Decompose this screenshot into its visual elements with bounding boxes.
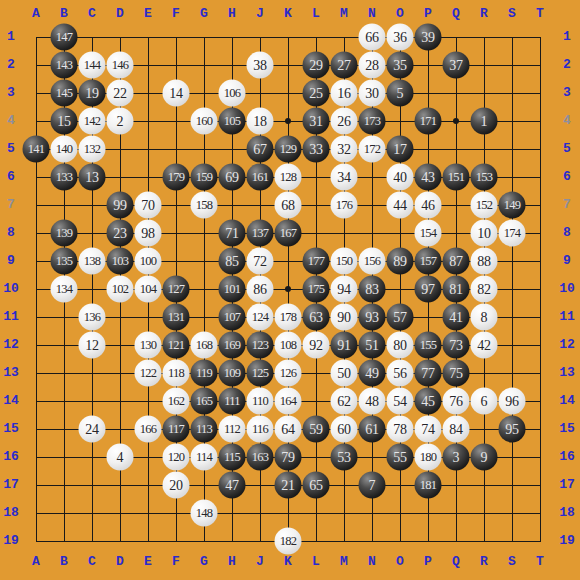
stone-white-K15-move-64: 64	[275, 416, 302, 443]
stone-white-P16-move-180: 180	[415, 444, 442, 471]
move-number: 92	[309, 337, 322, 353]
stone-white-O13-move-56: 56	[387, 360, 414, 387]
move-number: 159	[196, 170, 212, 185]
move-number: 107	[224, 310, 240, 325]
stone-black-O9-move-89: 89	[387, 248, 414, 275]
move-number: 1	[481, 113, 488, 129]
row-label-left-17: 17	[0, 477, 22, 493]
row-label-left-6: 6	[0, 169, 22, 185]
grid-line-horizontal	[36, 513, 541, 514]
move-number: 87	[449, 253, 462, 269]
move-number: 135	[56, 254, 72, 269]
stone-black-H6-move-69: 69	[219, 164, 246, 191]
move-number: 116	[252, 422, 268, 437]
stone-black-N17-move-7: 7	[359, 472, 386, 499]
move-number: 64	[281, 421, 294, 437]
stone-white-D3-move-22: 22	[107, 80, 134, 107]
row-label-right-18: 18	[556, 505, 578, 521]
move-number: 50	[337, 365, 350, 381]
stone-white-Q14-move-76: 76	[443, 388, 470, 415]
move-number: 7	[369, 477, 376, 493]
move-number: 32	[337, 141, 350, 157]
column-label-top-T: T	[529, 6, 551, 22]
move-number: 88	[477, 253, 490, 269]
move-number: 40	[393, 169, 406, 185]
stone-white-E12-move-130: 130	[135, 332, 162, 359]
stone-black-L2-move-29: 29	[303, 52, 330, 79]
move-number: 29	[309, 57, 322, 73]
stone-black-J8-move-137: 137	[247, 220, 274, 247]
move-number: 73	[449, 337, 462, 353]
move-number: 152	[476, 198, 492, 213]
move-number: 75	[449, 365, 462, 381]
stone-white-C5-move-132: 132	[79, 136, 106, 163]
move-number: 77	[421, 365, 434, 381]
stone-white-E10-move-104: 104	[135, 276, 162, 303]
stone-black-P6-move-43: 43	[415, 164, 442, 191]
star-point-Q4	[453, 118, 459, 124]
move-number: 155	[420, 338, 436, 353]
move-number: 6	[481, 393, 488, 409]
move-number: 126	[280, 366, 296, 381]
stone-black-L15-move-59: 59	[303, 416, 330, 443]
move-number: 17	[393, 141, 406, 157]
column-label-top-L: L	[305, 6, 327, 22]
stone-white-F16-move-120: 120	[163, 444, 190, 471]
move-number: 133	[56, 170, 72, 185]
stone-white-R9-move-88: 88	[471, 248, 498, 275]
stone-black-L4-move-31: 31	[303, 108, 330, 135]
stone-black-L17-move-65: 65	[303, 472, 330, 499]
stone-black-C3-move-19: 19	[79, 80, 106, 107]
stone-black-K5-move-129: 129	[275, 136, 302, 163]
row-label-right-10: 10	[556, 281, 578, 297]
stone-black-B9-move-135: 135	[51, 248, 78, 275]
move-number: 97	[421, 281, 434, 297]
stone-black-Q12-move-73: 73	[443, 332, 470, 359]
move-number: 153	[476, 170, 492, 185]
column-label-bottom-L: L	[305, 554, 327, 570]
stone-black-D8-move-23: 23	[107, 220, 134, 247]
move-number: 94	[337, 281, 350, 297]
stone-black-N15-move-61: 61	[359, 416, 386, 443]
stone-black-P12-move-155: 155	[415, 332, 442, 359]
stone-black-K8-move-167: 167	[275, 220, 302, 247]
move-number: 160	[196, 114, 212, 129]
stone-black-D7-move-99: 99	[107, 192, 134, 219]
move-number: 20	[169, 477, 182, 493]
star-point-K4	[285, 118, 291, 124]
move-number: 112	[224, 422, 240, 437]
stone-white-B10-move-134: 134	[51, 276, 78, 303]
stone-white-J10-move-86: 86	[247, 276, 274, 303]
row-label-right-3: 3	[556, 85, 578, 101]
stone-white-M5-move-32: 32	[331, 136, 358, 163]
move-number: 174	[504, 226, 520, 241]
stone-black-J6-move-161: 161	[247, 164, 274, 191]
move-number: 117	[168, 422, 184, 437]
move-number: 143	[56, 58, 72, 73]
column-label-bottom-O: O	[389, 554, 411, 570]
move-number: 55	[393, 449, 406, 465]
move-number: 83	[365, 281, 378, 297]
row-label-right-19: 19	[556, 533, 578, 549]
stone-black-P14-move-45: 45	[415, 388, 442, 415]
row-label-right-12: 12	[556, 337, 578, 353]
move-number: 78	[393, 421, 406, 437]
move-number: 51	[365, 337, 378, 353]
stone-black-Q16-move-3: 3	[443, 444, 470, 471]
row-label-right-11: 11	[556, 309, 578, 325]
stone-white-M6-move-34: 34	[331, 164, 358, 191]
move-number: 172	[364, 142, 380, 157]
stone-black-G6-move-159: 159	[191, 164, 218, 191]
stone-black-N10-move-83: 83	[359, 276, 386, 303]
stone-black-O5-move-17: 17	[387, 136, 414, 163]
stone-black-J5-move-67: 67	[247, 136, 274, 163]
stone-white-C11-move-136: 136	[79, 304, 106, 331]
move-number: 161	[252, 170, 268, 185]
move-number: 169	[224, 338, 240, 353]
stone-black-H9-move-85: 85	[219, 248, 246, 275]
move-number: 65	[309, 477, 322, 493]
stone-white-G18-move-148: 148	[191, 500, 218, 527]
stone-black-H13-move-109: 109	[219, 360, 246, 387]
move-number: 26	[337, 113, 350, 129]
stone-white-J2-move-38: 38	[247, 52, 274, 79]
stone-black-R4-move-1: 1	[471, 108, 498, 135]
stone-black-G14-move-165: 165	[191, 388, 218, 415]
stone-black-L10-move-175: 175	[303, 276, 330, 303]
stone-white-N2-move-28: 28	[359, 52, 386, 79]
column-label-top-S: S	[501, 6, 523, 22]
stone-white-J15-move-116: 116	[247, 416, 274, 443]
row-label-left-3: 3	[0, 85, 22, 101]
move-number: 34	[337, 169, 350, 185]
stone-white-P7-move-46: 46	[415, 192, 442, 219]
column-label-top-D: D	[109, 6, 131, 22]
move-number: 24	[85, 421, 98, 437]
move-number: 122	[140, 366, 156, 381]
move-number: 70	[141, 197, 154, 213]
stone-white-J9-move-72: 72	[247, 248, 274, 275]
stone-white-K11-move-178: 178	[275, 304, 302, 331]
stone-black-N4-move-173: 173	[359, 108, 386, 135]
move-number: 12	[85, 337, 98, 353]
stone-black-P1-move-39: 39	[415, 24, 442, 51]
stone-white-D10-move-102: 102	[107, 276, 134, 303]
move-number: 2	[117, 113, 124, 129]
move-number: 140	[56, 142, 72, 157]
stone-black-L5-move-33: 33	[303, 136, 330, 163]
stone-black-L9-move-177: 177	[303, 248, 330, 275]
column-label-bottom-N: N	[361, 554, 383, 570]
stone-black-B8-move-139: 139	[51, 220, 78, 247]
stone-white-C2-move-144: 144	[79, 52, 106, 79]
row-label-left-18: 18	[0, 505, 22, 521]
stone-black-N11-move-93: 93	[359, 304, 386, 331]
column-label-bottom-A: A	[25, 554, 47, 570]
move-number: 84	[449, 421, 462, 437]
stone-black-B4-move-15: 15	[51, 108, 78, 135]
row-label-left-10: 10	[0, 281, 22, 297]
move-number: 171	[420, 114, 436, 129]
column-label-bottom-G: G	[193, 554, 215, 570]
move-number: 178	[280, 310, 296, 325]
row-label-left-1: 1	[0, 29, 22, 45]
column-label-top-R: R	[473, 6, 495, 22]
stone-black-B2-move-143: 143	[51, 52, 78, 79]
move-number: 138	[84, 254, 100, 269]
stone-black-G13-move-119: 119	[191, 360, 218, 387]
stone-black-B3-move-145: 145	[51, 80, 78, 107]
stone-white-C4-move-142: 142	[79, 108, 106, 135]
stone-black-O11-move-57: 57	[387, 304, 414, 331]
stone-white-H3-move-106: 106	[219, 80, 246, 107]
move-number: 4	[117, 449, 124, 465]
stone-black-B6-move-133: 133	[51, 164, 78, 191]
move-number: 15	[57, 113, 70, 129]
move-number: 22	[113, 85, 126, 101]
move-number: 119	[196, 366, 212, 381]
stone-white-D2-move-146: 146	[107, 52, 134, 79]
move-number: 177	[308, 254, 324, 269]
move-number: 145	[56, 86, 72, 101]
stone-black-K17-move-21: 21	[275, 472, 302, 499]
column-label-bottom-C: C	[81, 554, 103, 570]
stone-black-D9-move-103: 103	[107, 248, 134, 275]
move-number: 162	[168, 394, 184, 409]
column-label-bottom-R: R	[473, 554, 495, 570]
stone-black-F11-move-131: 131	[163, 304, 190, 331]
move-number: 90	[337, 309, 350, 325]
move-number: 114	[196, 450, 212, 465]
row-label-left-8: 8	[0, 225, 22, 241]
move-number: 121	[168, 338, 184, 353]
stone-white-E7-move-70: 70	[135, 192, 162, 219]
move-number: 151	[448, 170, 464, 185]
move-number: 69	[225, 169, 238, 185]
star-point-K10	[285, 286, 291, 292]
move-number: 35	[393, 57, 406, 73]
move-number: 150	[336, 254, 352, 269]
stone-black-H17-move-47: 47	[219, 472, 246, 499]
column-label-bottom-M: M	[333, 554, 355, 570]
move-number: 115	[224, 450, 240, 465]
move-number: 127	[168, 282, 184, 297]
stone-black-F6-move-179: 179	[163, 164, 190, 191]
stone-white-O15-move-78: 78	[387, 416, 414, 443]
move-number: 142	[84, 114, 100, 129]
move-number: 59	[309, 421, 322, 437]
column-label-top-K: K	[277, 6, 299, 22]
move-number: 14	[169, 85, 182, 101]
stone-white-O6-move-40: 40	[387, 164, 414, 191]
stone-black-S7-move-149: 149	[499, 192, 526, 219]
move-number: 99	[113, 197, 126, 213]
stone-white-F14-move-162: 162	[163, 388, 190, 415]
stone-white-K12-move-108: 108	[275, 332, 302, 359]
column-label-top-P: P	[417, 6, 439, 22]
move-number: 175	[308, 282, 324, 297]
stone-black-P17-move-181: 181	[415, 472, 442, 499]
move-number: 101	[224, 282, 240, 297]
move-number: 182	[280, 534, 296, 549]
stone-black-G15-move-113: 113	[191, 416, 218, 443]
move-number: 68	[281, 197, 294, 213]
move-number: 81	[449, 281, 462, 297]
stone-black-H16-move-115: 115	[219, 444, 246, 471]
stone-white-R7-move-152: 152	[471, 192, 498, 219]
move-number: 21	[281, 477, 294, 493]
stone-black-H12-move-169: 169	[219, 332, 246, 359]
stone-white-S14-move-96: 96	[499, 388, 526, 415]
stone-black-L3-move-25: 25	[303, 80, 330, 107]
stone-white-E9-move-100: 100	[135, 248, 162, 275]
stone-white-L12-move-92: 92	[303, 332, 330, 359]
stone-black-Q11-move-41: 41	[443, 304, 470, 331]
move-number: 13	[85, 169, 98, 185]
stone-white-K6-move-128: 128	[275, 164, 302, 191]
stone-black-M2-move-27: 27	[331, 52, 358, 79]
move-number: 43	[421, 169, 434, 185]
move-number: 95	[505, 421, 518, 437]
move-number: 66	[365, 29, 378, 45]
move-number: 181	[420, 478, 436, 493]
stone-white-R11-move-8: 8	[471, 304, 498, 331]
column-label-bottom-Q: Q	[445, 554, 467, 570]
move-number: 118	[168, 366, 184, 381]
stone-white-P15-move-74: 74	[415, 416, 442, 443]
column-label-top-Q: Q	[445, 6, 467, 22]
move-number: 167	[280, 226, 296, 241]
move-number: 76	[449, 393, 462, 409]
stone-black-M12-move-91: 91	[331, 332, 358, 359]
stone-black-O16-move-55: 55	[387, 444, 414, 471]
row-label-right-1: 1	[556, 29, 578, 45]
move-number: 57	[393, 309, 406, 325]
move-number: 131	[168, 310, 184, 325]
move-number: 28	[365, 57, 378, 73]
stone-white-K14-move-164: 164	[275, 388, 302, 415]
stone-white-F3-move-14: 14	[163, 80, 190, 107]
move-number: 125	[252, 366, 268, 381]
move-number: 38	[253, 57, 266, 73]
column-label-top-J: J	[249, 6, 271, 22]
row-label-left-13: 13	[0, 365, 22, 381]
move-number: 37	[449, 57, 462, 73]
move-number: 180	[420, 450, 436, 465]
stone-white-G16-move-114: 114	[191, 444, 218, 471]
move-number: 120	[168, 450, 184, 465]
row-label-right-7: 7	[556, 197, 578, 213]
stone-black-M16-move-53: 53	[331, 444, 358, 471]
move-number: 23	[113, 225, 126, 241]
move-number: 166	[140, 422, 156, 437]
move-number: 74	[421, 421, 434, 437]
stone-black-P13-move-77: 77	[415, 360, 442, 387]
stone-white-E15-move-166: 166	[135, 416, 162, 443]
move-number: 144	[84, 58, 100, 73]
move-number: 108	[280, 338, 296, 353]
column-label-bottom-K: K	[277, 554, 299, 570]
stone-white-R12-move-42: 42	[471, 332, 498, 359]
stone-white-M13-move-50: 50	[331, 360, 358, 387]
stone-black-Q10-move-81: 81	[443, 276, 470, 303]
move-number: 39	[421, 29, 434, 45]
move-number: 89	[393, 253, 406, 269]
move-number: 49	[365, 365, 378, 381]
move-number: 168	[196, 338, 212, 353]
stone-black-A5-move-141: 141	[23, 136, 50, 163]
row-label-right-5: 5	[556, 141, 578, 157]
grid-line-vertical	[540, 37, 541, 542]
stone-black-H8-move-71: 71	[219, 220, 246, 247]
move-number: 124	[252, 310, 268, 325]
move-number: 123	[252, 338, 268, 353]
stone-white-E8-move-98: 98	[135, 220, 162, 247]
move-number: 96	[505, 393, 518, 409]
stone-black-O3-move-5: 5	[387, 80, 414, 107]
move-number: 53	[337, 449, 350, 465]
stone-white-P8-move-154: 154	[415, 220, 442, 247]
stone-black-H14-move-111: 111	[219, 388, 246, 415]
stone-white-G12-move-168: 168	[191, 332, 218, 359]
stone-black-J16-move-163: 163	[247, 444, 274, 471]
stone-white-F17-move-20: 20	[163, 472, 190, 499]
column-label-bottom-D: D	[109, 554, 131, 570]
row-label-right-16: 16	[556, 449, 578, 465]
stone-white-E13-move-122: 122	[135, 360, 162, 387]
stone-white-K7-move-68: 68	[275, 192, 302, 219]
move-number: 44	[393, 197, 406, 213]
stone-black-P4-move-171: 171	[415, 108, 442, 135]
stone-white-R8-move-10: 10	[471, 220, 498, 247]
move-number: 93	[365, 309, 378, 325]
column-label-top-A: A	[25, 6, 47, 22]
move-number: 102	[112, 282, 128, 297]
go-board-diagram: AABBCCDDEEFFGGHHJJKKLLMMNNOOPPQQRRSSTT11…	[0, 0, 580, 580]
move-number: 130	[140, 338, 156, 353]
stone-white-J14-move-110: 110	[247, 388, 274, 415]
column-label-top-O: O	[389, 6, 411, 22]
stone-white-K13-move-126: 126	[275, 360, 302, 387]
move-number: 67	[253, 141, 266, 157]
move-number: 80	[393, 337, 406, 353]
move-number: 157	[420, 254, 436, 269]
move-number: 110	[252, 394, 268, 409]
row-label-left-19: 19	[0, 533, 22, 549]
move-number: 111	[224, 394, 239, 409]
move-number: 16	[337, 85, 350, 101]
column-label-top-N: N	[361, 6, 383, 22]
move-number: 179	[168, 170, 184, 185]
stone-white-M3-move-16: 16	[331, 80, 358, 107]
stone-white-C15-move-24: 24	[79, 416, 106, 443]
move-number: 9	[481, 449, 488, 465]
move-number: 3	[453, 449, 460, 465]
stone-white-N5-move-172: 172	[359, 136, 386, 163]
stone-white-R10-move-82: 82	[471, 276, 498, 303]
stone-black-L11-move-63: 63	[303, 304, 330, 331]
move-number: 33	[309, 141, 322, 157]
row-label-right-14: 14	[556, 393, 578, 409]
move-number: 176	[336, 198, 352, 213]
move-number: 109	[224, 366, 240, 381]
column-label-bottom-T: T	[529, 554, 551, 570]
row-label-right-9: 9	[556, 253, 578, 269]
row-label-left-15: 15	[0, 421, 22, 437]
